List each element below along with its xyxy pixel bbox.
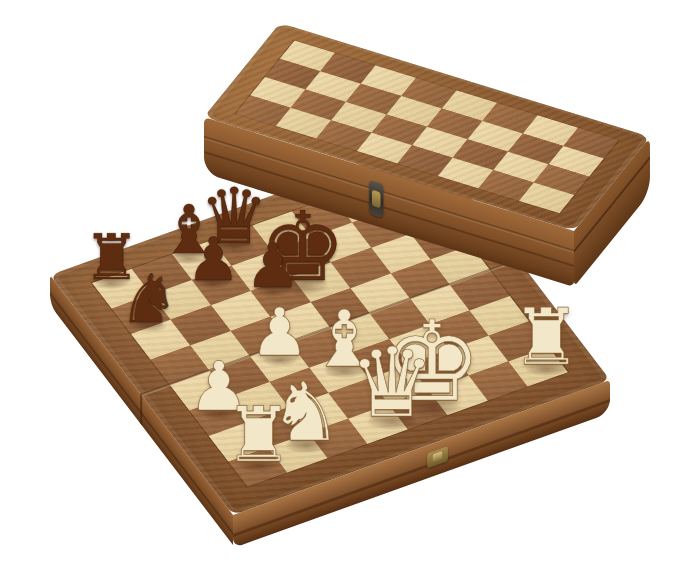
piece-dark-P-c6: ♟	[245, 235, 301, 297]
metal-clasp-icon	[369, 180, 383, 218]
piece-white-Q-d1: ♛	[349, 335, 435, 431]
piece-dark-N-a7: ♞	[119, 266, 179, 333]
piece-white-P-c4: ♟	[250, 300, 309, 366]
piece-dark-P-c7: ♟	[186, 229, 240, 289]
piece-white-R-a2: ♜	[224, 397, 292, 473]
brass-clasp-icon	[427, 446, 448, 468]
chess-set-product-photo: ♜♝♛♞♟♚♟♟♝♟♜♜♚♛♞	[0, 0, 700, 567]
fold-seam-edge	[140, 393, 142, 425]
piece-white-R-h1: ♜	[511, 298, 581, 376]
